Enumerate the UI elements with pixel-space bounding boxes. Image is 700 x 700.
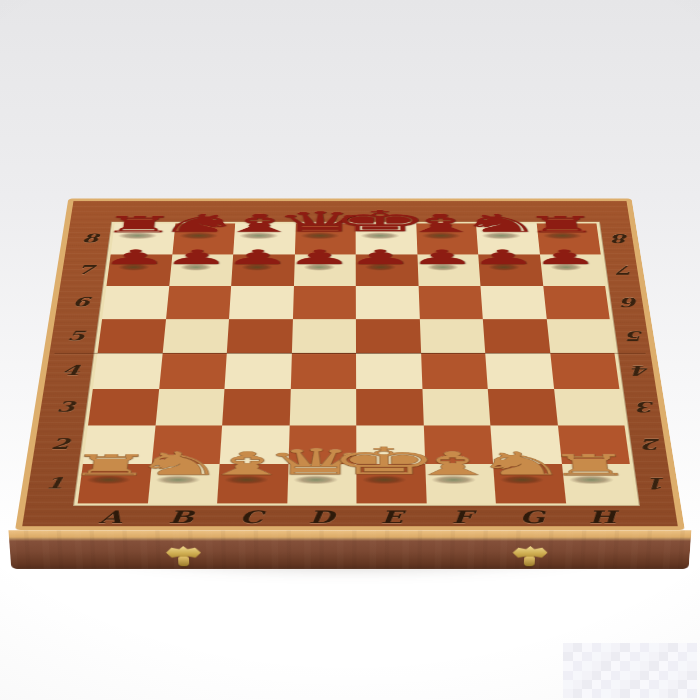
watermark-pixel [611,652,621,661]
square-d6 [292,286,355,319]
square-f2 [423,425,493,463]
file-label-a: A [94,508,129,525]
watermark-pixel [563,643,573,652]
watermark-pixel [601,689,611,698]
brass-clasp-left [166,546,201,559]
square-g1 [493,464,566,504]
square-b4 [159,353,227,388]
watermark-pixel [659,661,669,670]
square-a4 [93,353,162,388]
square-e6 [356,286,420,319]
square-a5 [98,319,166,353]
rank-label-right-6: 6 [615,296,646,309]
watermark-pixel [601,680,611,689]
rank-label-right-4: 4 [625,364,657,378]
square-h1 [561,464,635,504]
file-label-e: E [375,508,408,525]
watermark-pixel [620,661,630,670]
watermark-pixel [563,652,573,661]
square-c4 [224,353,291,388]
square-b6 [166,286,232,319]
square-c1 [217,464,288,504]
square-g5 [483,319,550,353]
watermark-pixel [592,643,602,652]
watermark-pixel [592,671,602,680]
square-e3 [356,389,423,426]
watermark-pixel [649,661,659,670]
watermark-pixel [687,689,697,698]
watermark-pixel [668,652,678,661]
file-label-f: F [445,508,479,525]
red-pawn-h7: ♟ [512,247,619,267]
watermark-pixel [630,671,640,680]
square-b1 [147,464,219,504]
square-a1 [78,464,152,504]
clasp-hook [524,557,535,567]
watermark-pixel [659,652,669,661]
watermark-pixel [573,671,583,680]
chess-set-photo: 8765432187654321ABCDEFGH ♜♞♝♛♚♝♞♜♟♟♟♟♟♟♟… [0,0,700,700]
square-h4 [550,353,620,388]
square-d3 [289,389,356,426]
square-g2 [490,425,561,463]
square-h2 [557,425,629,463]
watermark-pixel [649,643,659,652]
watermark-pixel [601,652,611,661]
watermark-pixel [563,661,573,670]
watermark-pixel [640,680,650,689]
watermark-pixel [573,643,583,652]
watermark-pixel [668,689,678,698]
square-a2 [83,425,155,463]
watermark-pixel [630,652,640,661]
rank-label-left-4: 4 [55,364,87,378]
watermark-pixel [668,661,678,670]
watermark-pixel [582,689,592,698]
rank-label-right-3: 3 [630,400,663,414]
file-label-d: D [305,508,338,525]
square-h6 [543,286,610,319]
square-d4 [290,353,356,388]
watermark-pixel [668,671,678,680]
rank-label-left-2: 2 [43,437,77,452]
watermark-pixel [678,689,688,698]
square-a3 [88,389,159,426]
square-f6 [418,286,483,319]
square-d2 [288,425,356,463]
watermark-pixel [582,652,592,661]
watermark-pixel [592,652,602,661]
square-g6 [480,286,546,319]
watermark-pixel [592,661,602,670]
watermark-pixel [563,671,573,680]
square-g4 [485,353,553,388]
watermark-pixel [630,661,640,670]
watermark-pixel [687,671,697,680]
watermark-pixel [649,680,659,689]
watermark-pixel [582,661,592,670]
clasp-hook [178,557,189,567]
rank-label-left-3: 3 [49,400,82,414]
square-e5 [356,319,421,353]
watermark-pixel [668,680,678,689]
red-rook-h8: ♜ [508,213,613,235]
rank-label-right-1: 1 [641,475,675,490]
watermark-pixel [582,643,592,652]
square-d1 [287,464,357,504]
square-e1 [356,464,426,504]
watermark-pixel [640,689,650,698]
watermark-pixel [620,652,630,661]
watermark-pixel [640,661,650,670]
watermark-pixel [678,671,688,680]
watermark-pixel [601,643,611,652]
rank-label-left-5: 5 [60,329,92,342]
square-c6 [229,286,293,319]
square-h5 [546,319,614,353]
square-g3 [488,389,558,426]
watermark-pixel [649,671,659,680]
watermark-pixel [649,689,659,698]
square-a6 [102,286,169,319]
watermark-pixel [620,680,630,689]
square-c3 [222,389,290,426]
watermark-pixel [659,680,669,689]
front-grain-overlay [8,530,691,569]
square-f4 [421,353,488,388]
watermark-pixel [611,689,621,698]
rank-label-left-1: 1 [37,475,71,490]
brass-clasp-right [512,546,547,559]
file-label-g: G [515,508,549,525]
watermark-pixel [611,643,621,652]
watermark-pixel [649,652,659,661]
watermark-pixel [687,680,697,689]
watermark-pixel [678,643,688,652]
watermark-pixel [573,661,583,670]
watermark-pixel [601,661,611,670]
chess-board: 8765432187654321ABCDEFGH ♜♞♝♛♚♝♞♜♟♟♟♟♟♟♟… [15,199,685,531]
rank-label-left-6: 6 [65,296,96,309]
square-b2 [151,425,222,463]
watermark-pixel [573,680,583,689]
file-label-c: C [234,508,267,525]
watermark-pixel [620,671,630,680]
watermark-pixel [563,689,573,698]
perspective-scene: 8765432187654321ABCDEFGH ♜♞♝♛♚♝♞♜♟♟♟♟♟♟♟… [0,0,700,700]
watermark-pixel [611,680,621,689]
square-d5 [291,319,356,353]
watermark-pixel [630,680,640,689]
fold-seam [54,353,645,354]
watermark-pixel [640,671,650,680]
watermark-pixel [630,643,640,652]
watermark-pixel [640,652,650,661]
watermark-pixel [611,671,621,680]
watermark-pixel [668,643,678,652]
rank-label-right-2: 2 [635,437,669,452]
watermark-pixel [659,689,669,698]
square-c5 [227,319,293,353]
square-e4 [356,353,422,388]
square-b5 [162,319,229,353]
watermark-pixel [678,680,688,689]
watermark-pixel [687,661,697,670]
watermark-pixel [573,689,583,698]
watermark-pixel [620,689,630,698]
watermark-pixel [563,680,573,689]
watermark-pixel [678,652,688,661]
watermark-pixel [611,661,621,670]
watermark-pixel [687,643,697,652]
watermark-pixel [582,680,592,689]
watermark-mosaic [563,643,697,698]
file-label-h: H [585,508,620,525]
watermark-pixel [659,643,669,652]
square-e2 [356,425,424,463]
watermark-pixel [601,671,611,680]
square-c2 [220,425,290,463]
watermark-pixel [620,643,630,652]
square-h3 [554,389,625,426]
watermark-pixel [573,652,583,661]
watermark-pixel [640,643,650,652]
watermark-pixel [678,661,688,670]
square-f3 [422,389,490,426]
watermark-pixel [592,689,602,698]
watermark-pixel [659,671,669,680]
square-f5 [419,319,485,353]
file-label-b: B [164,508,198,525]
watermark-pixel [630,689,640,698]
watermark-pixel [582,671,592,680]
square-f1 [425,464,496,504]
rank-label-right-5: 5 [620,329,652,342]
watermark-pixel [592,680,602,689]
watermark-pixel [687,652,697,661]
board-front-edge [8,530,691,569]
square-b3 [155,389,224,426]
